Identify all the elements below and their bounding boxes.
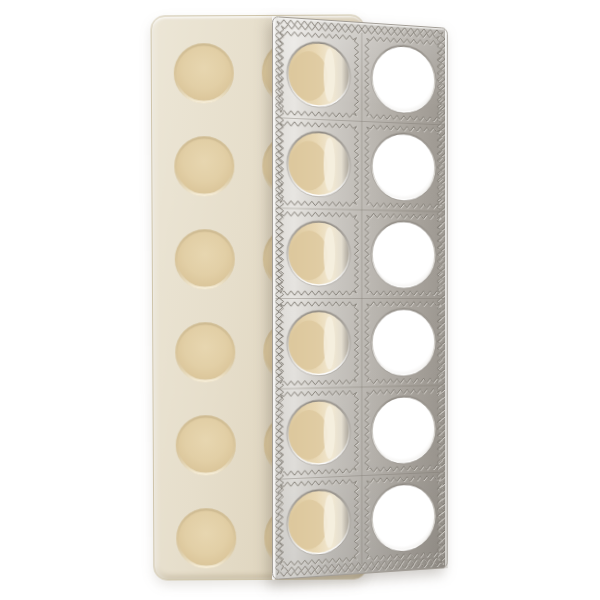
hole-reflection-r4 — [324, 316, 336, 369]
hole-reflection-r2 — [324, 138, 336, 192]
cutter-plate — [272, 16, 448, 580]
cutter-plate-surface — [272, 16, 448, 580]
hole-reflection-r3 — [324, 227, 336, 280]
hole-reflection-r5 — [324, 405, 336, 459]
scene — [0, 0, 600, 600]
